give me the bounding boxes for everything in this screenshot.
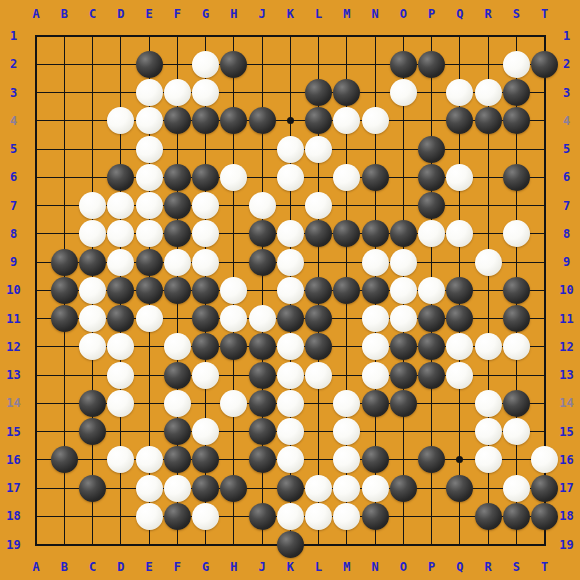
black-stone-S10[interactable] [503,277,530,304]
black-stone-L12[interactable] [305,333,332,360]
star-point [287,117,294,124]
white-stone-C11[interactable] [79,305,106,332]
col-label: S [513,7,520,21]
black-stone-S11[interactable] [503,305,530,332]
white-stone-M14[interactable] [333,390,360,417]
white-stone-M15[interactable] [333,418,360,445]
black-stone-T18[interactable] [531,503,558,530]
black-stone-P5[interactable] [418,136,445,163]
black-stone-H12[interactable] [220,333,247,360]
white-stone-G3[interactable] [192,79,219,106]
black-stone-P2[interactable] [418,51,445,78]
black-stone-J4[interactable] [249,107,276,134]
white-stone-D9[interactable] [107,249,134,276]
white-stone-F3[interactable] [164,79,191,106]
black-stone-J18[interactable] [249,503,276,530]
black-stone-J13[interactable] [249,362,276,389]
col-label: L [315,7,322,21]
col-label: O [400,560,407,574]
row-label: 7 [10,199,17,213]
black-stone-J16[interactable] [249,446,276,473]
white-stone-E7[interactable] [136,192,163,219]
black-stone-D10[interactable] [107,277,134,304]
white-stone-P10[interactable] [418,277,445,304]
col-label: H [230,7,237,21]
white-stone-T16[interactable] [531,446,558,473]
black-stone-F13[interactable] [164,362,191,389]
white-stone-Q13[interactable] [446,362,473,389]
black-stone-O14[interactable] [390,390,417,417]
col-label: B [61,560,68,574]
white-stone-R15[interactable] [475,418,502,445]
white-stone-D14[interactable] [107,390,134,417]
col-label: K [287,7,294,21]
row-label: 3 [10,86,17,100]
white-stone-S15[interactable] [503,418,530,445]
black-stone-Q11[interactable] [446,305,473,332]
white-stone-Q12[interactable] [446,333,473,360]
col-label: T [541,560,548,574]
col-label: G [202,560,209,574]
white-stone-C8[interactable] [79,220,106,247]
black-stone-E2[interactable] [136,51,163,78]
black-stone-D11[interactable] [107,305,134,332]
col-label: M [343,560,350,574]
white-stone-M17[interactable] [333,475,360,502]
black-stone-J15[interactable] [249,418,276,445]
black-stone-E9[interactable] [136,249,163,276]
white-stone-E17[interactable] [136,475,163,502]
row-label: 17 [6,481,20,495]
col-label: Q [456,7,463,21]
row-label: 15 [6,425,20,439]
white-stone-N17[interactable] [362,475,389,502]
white-stone-D8[interactable] [107,220,134,247]
white-stone-M18[interactable] [333,503,360,530]
row-label: 9 [10,255,17,269]
col-label: R [484,560,491,574]
col-label: A [32,560,39,574]
black-stone-G4[interactable] [192,107,219,134]
black-stone-P6[interactable] [418,164,445,191]
black-stone-N10[interactable] [362,277,389,304]
white-stone-R16[interactable] [475,446,502,473]
black-stone-J12[interactable] [249,333,276,360]
row-label: 4 [10,114,17,128]
white-stone-N13[interactable] [362,362,389,389]
black-stone-J14[interactable] [249,390,276,417]
black-stone-P7[interactable] [418,192,445,219]
white-stone-S8[interactable] [503,220,530,247]
black-stone-Q10[interactable] [446,277,473,304]
white-stone-H14[interactable] [220,390,247,417]
black-stone-O8[interactable] [390,220,417,247]
row-label: 14 [559,396,573,410]
black-stone-Q17[interactable] [446,475,473,502]
row-label: 18 [6,509,20,523]
black-stone-F18[interactable] [164,503,191,530]
white-stone-K15[interactable] [277,418,304,445]
white-stone-E8[interactable] [136,220,163,247]
white-stone-H6[interactable] [220,164,247,191]
black-stone-P11[interactable] [418,305,445,332]
col-label: T [541,7,548,21]
row-label: 3 [563,86,570,100]
white-stone-K10[interactable] [277,277,304,304]
black-stone-C9[interactable] [79,249,106,276]
white-stone-G9[interactable] [192,249,219,276]
black-stone-L3[interactable] [305,79,332,106]
col-label: J [258,7,265,21]
white-stone-D7[interactable] [107,192,134,219]
white-stone-Q6[interactable] [446,164,473,191]
row-label: 16 [6,453,20,467]
row-label: 10 [559,283,573,297]
white-stone-E16[interactable] [136,446,163,473]
row-label: 14 [6,396,20,410]
black-stone-G16[interactable] [192,446,219,473]
black-stone-S14[interactable] [503,390,530,417]
col-label: S [513,560,520,574]
black-stone-G17[interactable] [192,475,219,502]
row-label: 12 [6,340,20,354]
white-stone-C10[interactable] [79,277,106,304]
white-stone-E6[interactable] [136,164,163,191]
black-stone-B11[interactable] [51,305,78,332]
white-stone-D16[interactable] [107,446,134,473]
row-label: 13 [559,368,573,382]
white-stone-K5[interactable] [277,136,304,163]
black-stone-B10[interactable] [51,277,78,304]
black-stone-S3[interactable] [503,79,530,106]
col-label: L [315,560,322,574]
black-stone-G11[interactable] [192,305,219,332]
row-label: 11 [559,312,573,326]
black-stone-N6[interactable] [362,164,389,191]
white-stone-D13[interactable] [107,362,134,389]
row-label: 2 [563,57,570,71]
black-stone-F7[interactable] [164,192,191,219]
white-stone-R3[interactable] [475,79,502,106]
col-label: M [343,7,350,21]
black-stone-N18[interactable] [362,503,389,530]
white-stone-K8[interactable] [277,220,304,247]
white-stone-H11[interactable] [220,305,247,332]
white-stone-E11[interactable] [136,305,163,332]
black-stone-H17[interactable] [220,475,247,502]
white-stone-F9[interactable] [164,249,191,276]
white-stone-K6[interactable] [277,164,304,191]
black-stone-K17[interactable] [277,475,304,502]
row-label: 19 [559,538,573,552]
white-stone-L13[interactable] [305,362,332,389]
white-stone-K18[interactable] [277,503,304,530]
white-stone-R12[interactable] [475,333,502,360]
black-stone-R18[interactable] [475,503,502,530]
black-stone-N16[interactable] [362,446,389,473]
row-label: 8 [10,227,17,241]
row-label: 13 [6,368,20,382]
white-stone-D4[interactable] [107,107,134,134]
white-stone-S2[interactable] [503,51,530,78]
white-stone-L18[interactable] [305,503,332,530]
row-label: 1 [10,29,17,43]
white-stone-K16[interactable] [277,446,304,473]
white-stone-F17[interactable] [164,475,191,502]
black-stone-T2[interactable] [531,51,558,78]
col-label: P [428,7,435,21]
black-stone-K11[interactable] [277,305,304,332]
black-stone-S18[interactable] [503,503,530,530]
white-stone-K13[interactable] [277,362,304,389]
col-label: R [484,7,491,21]
black-stone-E10[interactable] [136,277,163,304]
white-stone-L17[interactable] [305,475,332,502]
black-stone-H2[interactable] [220,51,247,78]
black-stone-O17[interactable] [390,475,417,502]
white-stone-J7[interactable] [249,192,276,219]
row-label: 18 [559,509,573,523]
white-stone-F12[interactable] [164,333,191,360]
col-label: D [117,560,124,574]
white-stone-L7[interactable] [305,192,332,219]
row-label: 11 [6,312,20,326]
col-label: C [89,7,96,21]
white-stone-K9[interactable] [277,249,304,276]
black-stone-F4[interactable] [164,107,191,134]
row-label: 8 [563,227,570,241]
black-stone-O12[interactable] [390,333,417,360]
black-stone-F6[interactable] [164,164,191,191]
white-stone-R14[interactable] [475,390,502,417]
white-stone-M16[interactable] [333,446,360,473]
black-stone-N8[interactable] [362,220,389,247]
black-stone-L11[interactable] [305,305,332,332]
black-stone-Q4[interactable] [446,107,473,134]
white-stone-C7[interactable] [79,192,106,219]
row-label: 10 [6,283,20,297]
white-stone-P8[interactable] [418,220,445,247]
row-label: 2 [10,57,17,71]
white-stone-K14[interactable] [277,390,304,417]
col-label: G [202,7,209,21]
white-stone-G13[interactable] [192,362,219,389]
black-stone-R4[interactable] [475,107,502,134]
col-label: E [145,560,152,574]
row-label: 6 [10,170,17,184]
black-stone-F15[interactable] [164,418,191,445]
black-stone-K19[interactable] [277,531,304,558]
white-stone-O11[interactable] [390,305,417,332]
white-stone-G8[interactable] [192,220,219,247]
black-stone-O2[interactable] [390,51,417,78]
row-label: 1 [563,29,570,43]
black-stone-B9[interactable] [51,249,78,276]
white-stone-S17[interactable] [503,475,530,502]
white-stone-O10[interactable] [390,277,417,304]
row-label: 15 [559,425,573,439]
col-label: O [400,7,407,21]
col-label: B [61,7,68,21]
col-label: E [145,7,152,21]
black-stone-C15[interactable] [79,418,106,445]
col-label: D [117,7,124,21]
black-stone-M8[interactable] [333,220,360,247]
black-stone-J8[interactable] [249,220,276,247]
white-stone-K12[interactable] [277,333,304,360]
black-stone-P12[interactable] [418,333,445,360]
black-stone-D6[interactable] [107,164,134,191]
white-stone-O9[interactable] [390,249,417,276]
white-stone-F14[interactable] [164,390,191,417]
black-stone-G12[interactable] [192,333,219,360]
white-stone-G15[interactable] [192,418,219,445]
white-stone-N12[interactable] [362,333,389,360]
black-stone-J9[interactable] [249,249,276,276]
black-stone-M10[interactable] [333,277,360,304]
row-label: 9 [563,255,570,269]
row-label: 16 [559,453,573,467]
black-stone-P16[interactable] [418,446,445,473]
white-stone-C12[interactable] [79,333,106,360]
white-stone-N11[interactable] [362,305,389,332]
white-stone-R9[interactable] [475,249,502,276]
white-stone-E4[interactable] [136,107,163,134]
star-point [456,456,463,463]
black-stone-S6[interactable] [503,164,530,191]
row-label: 4 [563,114,570,128]
black-stone-L8[interactable] [305,220,332,247]
black-stone-H4[interactable] [220,107,247,134]
white-stone-Q8[interactable] [446,220,473,247]
black-stone-P13[interactable] [418,362,445,389]
col-label: N [371,7,378,21]
col-label: J [258,560,265,574]
col-label: K [287,560,294,574]
black-stone-N14[interactable] [362,390,389,417]
white-stone-H10[interactable] [220,277,247,304]
go-board-app: AABBCCDDEEFFGGHHJJKKLLMMNNOOPPQQRRSSTT11… [0,0,580,580]
black-stone-T17[interactable] [531,475,558,502]
black-stone-C14[interactable] [79,390,106,417]
row-label: 5 [563,142,570,156]
col-label: F [174,7,181,21]
black-stone-L4[interactable] [305,107,332,134]
white-stone-D12[interactable] [107,333,134,360]
black-stone-M3[interactable] [333,79,360,106]
white-stone-N4[interactable] [362,107,389,134]
white-stone-L5[interactable] [305,136,332,163]
col-label: A [32,7,39,21]
row-label: 7 [563,199,570,213]
col-label: P [428,560,435,574]
col-label: F [174,560,181,574]
black-stone-G10[interactable] [192,277,219,304]
white-stone-M6[interactable] [333,164,360,191]
white-stone-G7[interactable] [192,192,219,219]
black-stone-B16[interactable] [51,446,78,473]
black-stone-F8[interactable] [164,220,191,247]
col-label: N [371,560,378,574]
white-stone-J11[interactable] [249,305,276,332]
white-stone-G18[interactable] [192,503,219,530]
row-label: 12 [559,340,573,354]
col-label: C [89,560,96,574]
white-stone-M4[interactable] [333,107,360,134]
row-label: 17 [559,481,573,495]
col-label: Q [456,560,463,574]
black-stone-F10[interactable] [164,277,191,304]
col-label: H [230,560,237,574]
white-stone-G2[interactable] [192,51,219,78]
white-stone-E3[interactable] [136,79,163,106]
black-stone-C17[interactable] [79,475,106,502]
row-label: 19 [6,538,20,552]
white-stone-E18[interactable] [136,503,163,530]
white-stone-S12[interactable] [503,333,530,360]
black-stone-G6[interactable] [192,164,219,191]
black-stone-F16[interactable] [164,446,191,473]
white-stone-Q3[interactable] [446,79,473,106]
white-stone-O3[interactable] [390,79,417,106]
white-stone-N9[interactable] [362,249,389,276]
row-label: 6 [563,170,570,184]
black-stone-L10[interactable] [305,277,332,304]
black-stone-S4[interactable] [503,107,530,134]
row-label: 5 [10,142,17,156]
white-stone-E5[interactable] [136,136,163,163]
black-stone-O13[interactable] [390,362,417,389]
